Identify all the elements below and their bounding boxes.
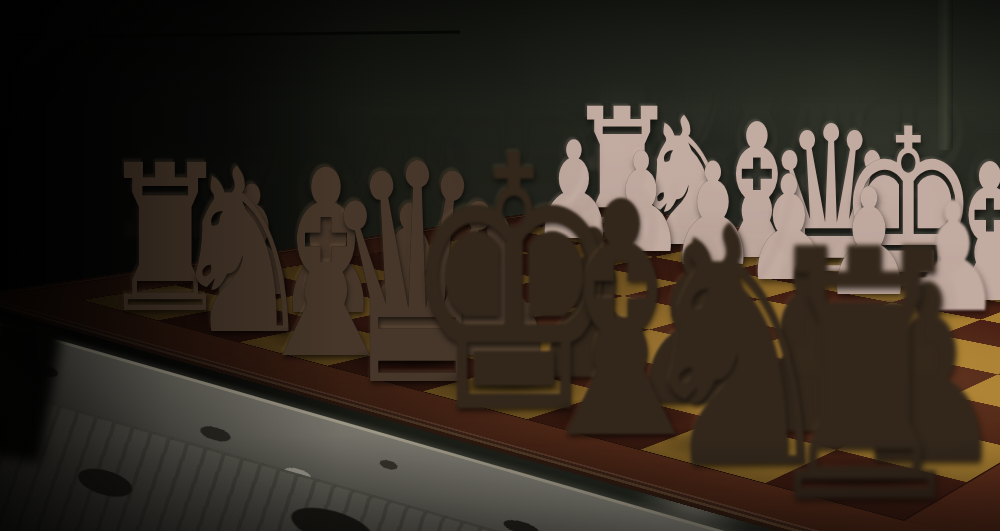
wall-pipe	[938, 0, 953, 150]
scene: ♜♜♞♞♝♝♛♛♚♚♝♝♞♞♜♜♟♟♟♟♟♟♟♟♟♟♟♟♟♟♟♟♟♟♟♟♟♟♟♟…	[0, 0, 1000, 531]
